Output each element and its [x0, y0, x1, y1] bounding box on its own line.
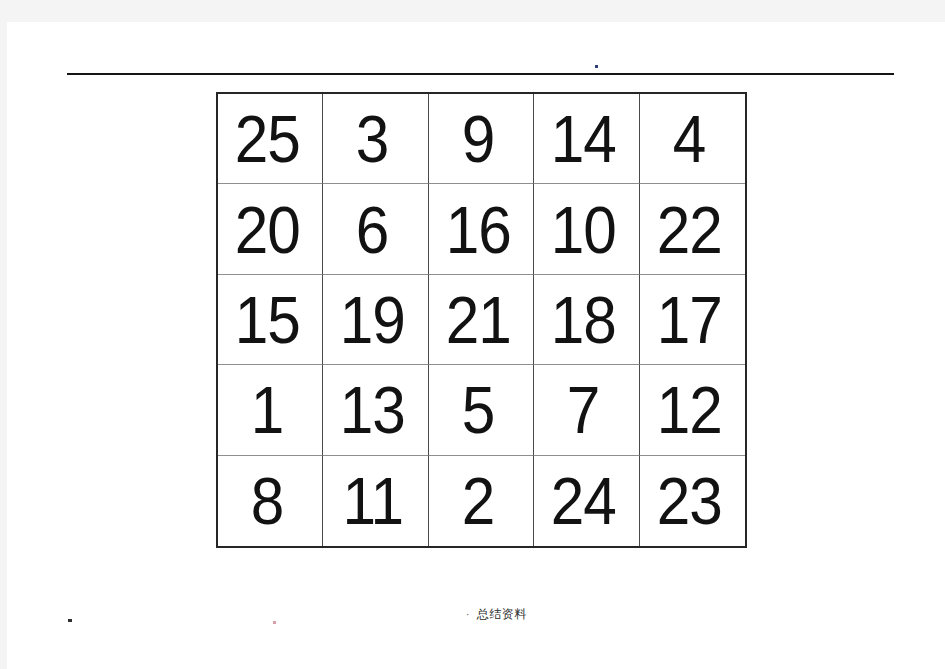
- grid-cell-r1c4: 14: [534, 94, 639, 184]
- cell-number: 18: [551, 286, 616, 353]
- cell-number: 5: [462, 376, 495, 443]
- ink-speck-pink: [273, 621, 276, 624]
- grid-cell-r5c5: 23: [640, 456, 745, 546]
- cell-number: 12: [657, 376, 722, 443]
- cell-number: 3: [356, 105, 389, 172]
- cell-number: 23: [657, 467, 722, 534]
- grid-cell-r5c2: 11: [323, 456, 428, 546]
- page-background: { "game": "Schulte table (5x5 concentrat…: [0, 0, 945, 669]
- cell-number: 11: [342, 467, 403, 534]
- grid-cell-r2c3: 16: [429, 184, 534, 274]
- document-page: 2539144206161022151921181711357128112242…: [7, 22, 945, 669]
- grid-cell-r4c3: 5: [429, 365, 534, 455]
- cell-number: 13: [340, 376, 405, 443]
- grid-cell-r2c5: 22: [640, 184, 745, 274]
- cell-number: 9: [462, 105, 495, 172]
- cell-number: 14: [551, 105, 616, 172]
- cell-number: 7: [567, 376, 600, 443]
- cell-number: 2: [462, 467, 495, 534]
- grid-cell-r1c2: 3: [323, 94, 428, 184]
- ink-speck-navy: [595, 65, 598, 68]
- grid-cell-r3c1: 15: [218, 275, 323, 365]
- cell-number: 4: [673, 105, 706, 172]
- footer-bullet: ·: [466, 609, 470, 620]
- cell-number: 1: [251, 376, 284, 443]
- footer-label: 总结资料: [477, 607, 527, 621]
- grid-cell-r1c5: 4: [640, 94, 745, 184]
- cell-number: 16: [445, 196, 510, 263]
- grid-cell-r5c1: 8: [218, 456, 323, 546]
- grid-cell-r4c4: 7: [534, 365, 639, 455]
- grid-cell-r1c3: 9: [429, 94, 534, 184]
- grid-cell-r4c5: 12: [640, 365, 745, 455]
- grid-cell-r2c2: 6: [323, 184, 428, 274]
- grid-cell-r4c1: 1: [218, 365, 323, 455]
- schulte-grid: 2539144206161022151921181711357128112242…: [216, 92, 747, 548]
- cell-number: 22: [657, 196, 722, 263]
- cell-number: 24: [551, 467, 616, 534]
- cell-number: 19: [340, 286, 405, 353]
- header-rule: [67, 73, 894, 75]
- grid-cell-r5c4: 24: [534, 456, 639, 546]
- grid-cell-r3c2: 19: [323, 275, 428, 365]
- grid-cell-r3c4: 18: [534, 275, 639, 365]
- footer: ·总结资料: [466, 606, 527, 623]
- grid-cell-r4c2: 13: [323, 365, 428, 455]
- cell-number: 17: [657, 286, 722, 353]
- cell-number: 21: [445, 286, 510, 353]
- grid-cell-r3c3: 21: [429, 275, 534, 365]
- grid-cell-r1c1: 25: [218, 94, 323, 184]
- grid-cell-r2c1: 20: [218, 184, 323, 274]
- cell-number: 10: [551, 196, 616, 263]
- grid-cell-r5c3: 2: [429, 456, 534, 546]
- cell-number: 8: [251, 467, 284, 534]
- ink-speck-dark: [68, 619, 72, 622]
- grid-cell-r3c5: 17: [640, 275, 745, 365]
- cell-number: 6: [356, 196, 389, 263]
- cell-number: 25: [235, 105, 300, 172]
- cell-number: 15: [235, 286, 300, 353]
- grid-cell-r2c4: 10: [534, 184, 639, 274]
- cell-number: 20: [235, 196, 300, 263]
